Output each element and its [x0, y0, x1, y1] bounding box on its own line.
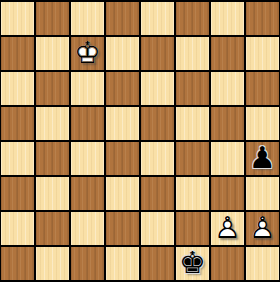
square-g6[interactable] [211, 72, 244, 105]
square-h3[interactable] [246, 177, 279, 210]
square-e1[interactable] [141, 247, 174, 280]
square-g8[interactable] [211, 2, 244, 35]
square-b5[interactable] [36, 107, 69, 140]
square-g2[interactable]: ♟♙ [211, 212, 244, 245]
square-e7[interactable] [141, 37, 174, 70]
square-c3[interactable] [71, 177, 104, 210]
square-h5[interactable] [246, 107, 279, 140]
square-f8[interactable] [176, 2, 209, 35]
square-a3[interactable] [1, 177, 34, 210]
square-g3[interactable] [211, 177, 244, 210]
square-h2[interactable]: ♟♙ [246, 212, 279, 245]
square-e4[interactable] [141, 142, 174, 175]
square-b7[interactable] [36, 37, 69, 70]
square-g4[interactable] [211, 142, 244, 175]
square-b6[interactable] [36, 72, 69, 105]
square-f3[interactable] [176, 177, 209, 210]
square-f5[interactable] [176, 107, 209, 140]
white-pawn[interactable]: ♟♙ [246, 212, 279, 245]
square-f7[interactable] [176, 37, 209, 70]
white-pawn[interactable]: ♟♙ [211, 212, 244, 245]
white-pawn-outline-icon: ♙ [214, 212, 241, 242]
square-c1[interactable] [71, 247, 104, 280]
square-b4[interactable] [36, 142, 69, 175]
square-e8[interactable] [141, 2, 174, 35]
square-d8[interactable] [106, 2, 139, 35]
square-d2[interactable] [106, 212, 139, 245]
square-a1[interactable] [1, 247, 34, 280]
square-g5[interactable] [211, 107, 244, 140]
square-d7[interactable] [106, 37, 139, 70]
square-f6[interactable] [176, 72, 209, 105]
square-c2[interactable] [71, 212, 104, 245]
chess-board: ♚♔♟♟♙♟♙♚ [0, 0, 280, 282]
square-h6[interactable] [246, 72, 279, 105]
square-c5[interactable] [71, 107, 104, 140]
black-pawn-icon: ♟ [249, 142, 276, 172]
square-d3[interactable] [106, 177, 139, 210]
square-h4[interactable]: ♟ [246, 142, 279, 175]
square-d4[interactable] [106, 142, 139, 175]
black-pawn[interactable]: ♟ [246, 142, 279, 175]
square-a4[interactable] [1, 142, 34, 175]
square-b3[interactable] [36, 177, 69, 210]
black-king[interactable]: ♚ [176, 247, 209, 280]
square-f2[interactable] [176, 212, 209, 245]
square-a8[interactable] [1, 2, 34, 35]
square-d6[interactable] [106, 72, 139, 105]
square-a2[interactable] [1, 212, 34, 245]
square-a7[interactable] [1, 37, 34, 70]
square-c4[interactable] [71, 142, 104, 175]
square-d1[interactable] [106, 247, 139, 280]
square-h7[interactable] [246, 37, 279, 70]
white-pawn-outline-icon: ♙ [249, 212, 276, 242]
square-e3[interactable] [141, 177, 174, 210]
square-g7[interactable] [211, 37, 244, 70]
white-king-icon: ♚ [74, 37, 101, 67]
square-d5[interactable] [106, 107, 139, 140]
white-king-outline-icon: ♔ [74, 37, 101, 67]
square-f4[interactable] [176, 142, 209, 175]
square-a6[interactable] [1, 72, 34, 105]
white-pawn-icon: ♟ [249, 212, 276, 242]
square-b2[interactable] [36, 212, 69, 245]
square-c7[interactable]: ♚♔ [71, 37, 104, 70]
square-f1[interactable]: ♚ [176, 247, 209, 280]
black-king-icon: ♚ [179, 247, 206, 277]
square-c6[interactable] [71, 72, 104, 105]
white-king[interactable]: ♚♔ [71, 37, 104, 70]
square-c8[interactable] [71, 2, 104, 35]
square-e6[interactable] [141, 72, 174, 105]
square-e2[interactable] [141, 212, 174, 245]
square-e5[interactable] [141, 107, 174, 140]
square-a5[interactable] [1, 107, 34, 140]
white-pawn-icon: ♟ [214, 212, 241, 242]
square-b8[interactable] [36, 2, 69, 35]
square-g1[interactable] [211, 247, 244, 280]
square-h1[interactable] [246, 247, 279, 280]
square-h8[interactable] [246, 2, 279, 35]
square-b1[interactable] [36, 247, 69, 280]
